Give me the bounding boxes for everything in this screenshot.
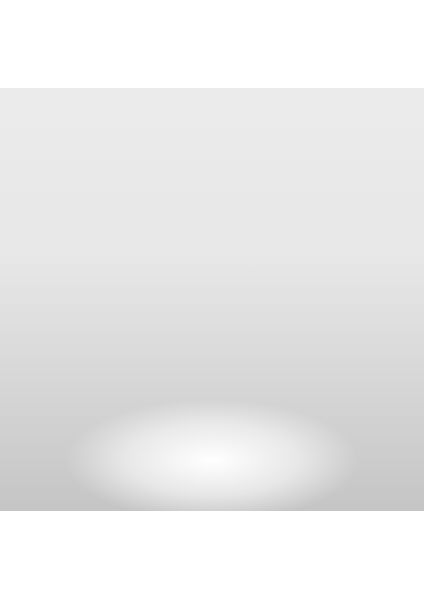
photo-background xyxy=(0,88,424,511)
product-photo xyxy=(0,0,424,600)
chess-pieces-layer xyxy=(0,88,424,511)
